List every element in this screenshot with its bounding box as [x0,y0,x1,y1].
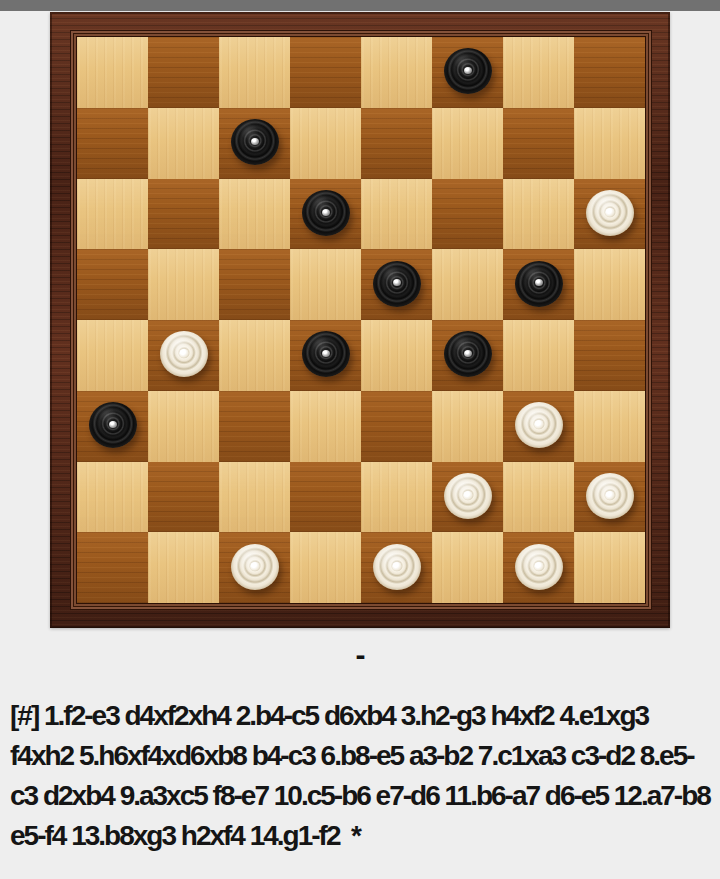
square-e3[interactable] [361,391,432,462]
square-f4[interactable] [432,320,503,391]
square-d4[interactable] [290,320,361,391]
black-man-d4[interactable] [302,331,350,377]
white-man-c1[interactable] [231,544,279,590]
result-separator: - [0,640,720,670]
square-b5[interactable] [148,249,219,320]
square-h2[interactable] [574,462,645,533]
square-f5[interactable] [432,249,503,320]
white-man-e1[interactable] [373,544,421,590]
square-g7[interactable] [503,108,574,179]
square-a6[interactable] [77,179,148,250]
square-g6[interactable] [503,179,574,250]
move-list: [#] 1.f2-e3 d4xf2xh4 2.b4-c5 d6xb4 3.h2-… [10,696,710,856]
white-man-f2[interactable] [444,473,492,519]
square-d1[interactable] [290,532,361,603]
black-man-g5[interactable] [515,261,563,307]
square-c7[interactable] [219,108,290,179]
square-d2[interactable] [290,462,361,533]
square-h8[interactable] [574,37,645,108]
square-c4[interactable] [219,320,290,391]
square-c5[interactable] [219,249,290,320]
square-a8[interactable] [77,37,148,108]
square-b6[interactable] [148,179,219,250]
square-a5[interactable] [77,249,148,320]
square-g2[interactable] [503,462,574,533]
black-man-c7[interactable] [231,119,279,165]
white-man-h2[interactable] [586,473,634,519]
square-e6[interactable] [361,179,432,250]
square-e4[interactable] [361,320,432,391]
white-man-g3[interactable] [515,402,563,448]
square-a4[interactable] [77,320,148,391]
square-f2[interactable] [432,462,503,533]
square-f8[interactable] [432,37,503,108]
square-d3[interactable] [290,391,361,462]
square-e8[interactable] [361,37,432,108]
square-a2[interactable] [77,462,148,533]
square-e5[interactable] [361,249,432,320]
square-a3[interactable] [77,391,148,462]
square-b4[interactable] [148,320,219,391]
black-man-a3[interactable] [89,402,137,448]
square-c3[interactable] [219,391,290,462]
black-man-f8[interactable] [444,48,492,94]
square-a7[interactable] [77,108,148,179]
square-g5[interactable] [503,249,574,320]
black-man-d6[interactable] [302,190,350,236]
checkers-board-frame [50,12,670,628]
square-h3[interactable] [574,391,645,462]
square-c1[interactable] [219,532,290,603]
square-h6[interactable] [574,179,645,250]
square-b8[interactable] [148,37,219,108]
black-man-e5[interactable] [373,261,421,307]
square-e7[interactable] [361,108,432,179]
square-g4[interactable] [503,320,574,391]
square-g1[interactable] [503,532,574,603]
white-man-b4[interactable] [160,331,208,377]
square-f3[interactable] [432,391,503,462]
square-g3[interactable] [503,391,574,462]
top-bar [0,0,720,11]
square-d5[interactable] [290,249,361,320]
square-e1[interactable] [361,532,432,603]
white-man-h6[interactable] [586,190,634,236]
board-grid[interactable] [77,37,645,603]
square-f7[interactable] [432,108,503,179]
white-man-g1[interactable] [515,544,563,590]
square-a1[interactable] [77,532,148,603]
square-h1[interactable] [574,532,645,603]
square-h4[interactable] [574,320,645,391]
square-g8[interactable] [503,37,574,108]
square-d7[interactable] [290,108,361,179]
square-d6[interactable] [290,179,361,250]
square-b3[interactable] [148,391,219,462]
square-h7[interactable] [574,108,645,179]
square-b2[interactable] [148,462,219,533]
square-d8[interactable] [290,37,361,108]
black-man-f4[interactable] [444,331,492,377]
square-e2[interactable] [361,462,432,533]
square-c8[interactable] [219,37,290,108]
square-f1[interactable] [432,532,503,603]
square-c6[interactable] [219,179,290,250]
square-c2[interactable] [219,462,290,533]
square-b7[interactable] [148,108,219,179]
square-f6[interactable] [432,179,503,250]
square-b1[interactable] [148,532,219,603]
square-h5[interactable] [574,249,645,320]
